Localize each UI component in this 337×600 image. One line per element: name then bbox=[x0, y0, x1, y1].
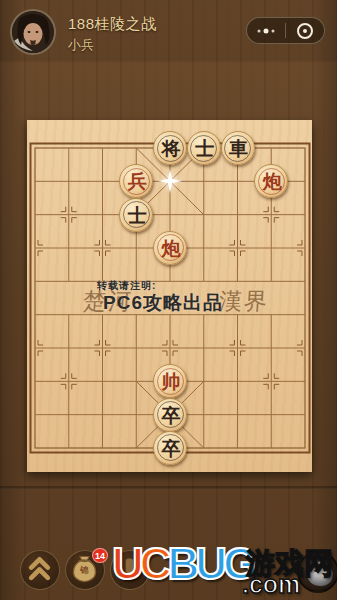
watermark-brand: PC6攻略出品 bbox=[103, 290, 223, 316]
wechat-exit-button[interactable] bbox=[286, 18, 324, 43]
svg-text:锦: 锦 bbox=[79, 565, 89, 575]
avatar bbox=[10, 9, 56, 55]
piece-red-炮[interactable]: 炮 bbox=[254, 164, 288, 198]
obscured-icon bbox=[111, 551, 148, 588]
page-subtitle: 小兵 bbox=[68, 36, 94, 54]
chevron-up-icon bbox=[21, 551, 58, 588]
right-action-button[interactable] bbox=[297, 551, 337, 593]
app-screen: 188桂陵之战 小兵 楚河 漢界 bbox=[0, 0, 337, 600]
piece-red-炮[interactable]: 炮 bbox=[153, 231, 187, 265]
sparkle-effect bbox=[157, 168, 183, 194]
hint-bag-button[interactable]: 锦 14 bbox=[65, 550, 105, 590]
site-watermark-domain: .com bbox=[242, 570, 300, 599]
hint-count-badge: 14 bbox=[92, 548, 108, 563]
partially-hidden-count: 12 bbox=[246, 558, 259, 572]
metal-piece-icon bbox=[304, 559, 335, 589]
wechat-more-button[interactable] bbox=[247, 18, 285, 43]
piece-red-兵[interactable]: 兵 bbox=[119, 164, 153, 198]
page-title: 188桂陵之战 bbox=[68, 15, 157, 34]
piece-black-卒[interactable]: 卒 bbox=[153, 431, 187, 465]
piece-black-将[interactable]: 将 bbox=[153, 131, 187, 165]
target-circle-icon bbox=[297, 23, 313, 39]
piece-black-士[interactable]: 士 bbox=[119, 198, 153, 232]
more-dots-icon bbox=[258, 28, 275, 33]
wood-seam bbox=[0, 486, 337, 489]
piece-black-士[interactable]: 士 bbox=[187, 131, 221, 165]
avatar-portrait bbox=[12, 11, 54, 53]
piece-red-帅[interactable]: 帅 bbox=[153, 364, 187, 398]
piece-black-車[interactable]: 車 bbox=[221, 131, 255, 165]
obscured-help-button[interactable] bbox=[110, 550, 150, 590]
xiangqi-board[interactable]: 楚河 漢界 将士車兵炮士炮帅卒卒 转载请注明: PC6攻略出品 bbox=[27, 120, 312, 472]
wechat-capsule bbox=[246, 17, 325, 44]
menu-expand-button[interactable] bbox=[20, 550, 60, 590]
piece-black-卒[interactable]: 卒 bbox=[153, 398, 187, 432]
